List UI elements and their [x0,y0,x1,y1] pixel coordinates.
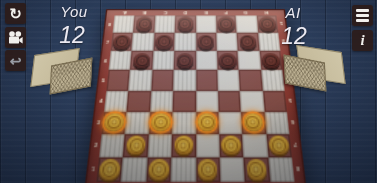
checker-piece-dark[interactable] [239,34,257,49]
square-d7[interactable] [174,33,195,51]
file-labels-bottom: ABCDEFGH [95,182,295,183]
square-h4[interactable] [262,90,287,111]
coord-label: D [170,182,195,183]
square-d4[interactable] [173,90,196,111]
square-b8[interactable] [133,15,155,32]
square-a6[interactable] [109,51,132,70]
square-b6[interactable] [130,51,153,70]
checker-piece-yellow[interactable] [198,113,217,131]
checker-piece-yellow[interactable] [243,113,263,131]
info-icon: i [360,32,364,49]
square-b4[interactable] [127,90,151,111]
square-a5[interactable] [106,70,130,90]
square-f2[interactable] [219,134,244,157]
square-g2[interactable] [242,134,267,157]
checker-piece-yellow[interactable] [151,113,171,131]
board-grid [96,15,294,182]
square-c4[interactable] [150,90,173,111]
square-b3[interactable] [125,112,150,134]
checker-piece-dark[interactable] [135,17,153,31]
player-ai-label: AI [275,4,311,21]
square-d8[interactable] [175,15,196,32]
square-g7[interactable] [237,33,259,51]
player-you-piece-count: 12 [51,22,93,49]
camera-button[interactable] [5,27,26,48]
player-you-label: You [54,3,94,20]
square-f6[interactable] [217,51,239,70]
square-g3[interactable] [241,112,266,134]
restart-icon: ↻ [9,6,22,21]
square-f7[interactable] [216,33,238,51]
checker-piece-yellow[interactable] [104,113,125,131]
coord-label: B [120,182,146,183]
undo-icon: ↩ [10,54,22,68]
square-c1[interactable] [146,157,171,182]
checker-piece-dark[interactable] [132,53,151,69]
square-d1[interactable] [171,157,196,182]
square-f3[interactable] [218,112,242,134]
checker-piece-dark[interactable] [219,53,237,69]
square-h3[interactable] [264,112,289,134]
square-e4[interactable] [196,90,219,111]
square-e8[interactable] [196,15,217,32]
square-f1[interactable] [220,157,245,182]
checker-piece-yellow[interactable] [99,159,121,179]
capture-tray-you [30,49,96,93]
square-a1[interactable] [96,157,123,182]
checker-piece-yellow[interactable] [174,136,194,155]
checker-piece-dark[interactable] [155,34,173,49]
coord-label: C [145,182,170,183]
square-d3[interactable] [172,112,195,134]
square-f4[interactable] [218,90,241,111]
square-c2[interactable] [147,134,172,157]
square-b5[interactable] [129,70,152,90]
square-h2[interactable] [266,134,292,157]
checker-piece-yellow[interactable] [126,136,147,155]
checker-piece-yellow[interactable] [148,159,169,179]
restart-button[interactable]: ↻ [5,3,26,24]
square-h5[interactable] [261,70,285,90]
square-e2[interactable] [196,134,220,157]
video-camera-icon [8,31,23,44]
square-a3[interactable] [102,112,127,134]
hamburger-menu-icon [356,9,369,22]
square-d5[interactable] [173,70,195,90]
checker-piece-dark[interactable] [113,34,132,49]
square-c3[interactable] [149,112,173,134]
square-h1[interactable] [268,157,295,182]
checker-piece-dark[interactable] [218,17,235,31]
square-g5[interactable] [239,70,262,90]
square-b7[interactable] [132,33,154,51]
coord-label: A [95,182,121,183]
checker-piece-yellow[interactable] [268,136,289,155]
square-e6[interactable] [196,51,218,70]
player-ai-piece-count: 12 [273,23,315,50]
square-c7[interactable] [153,33,175,51]
square-f5[interactable] [217,70,240,90]
square-e5[interactable] [196,70,218,90]
game-screen: ↻ ↩ i You 12 AI 12 ABCDEFGH ABCDEFGH 876… [0,0,377,183]
checker-piece-yellow[interactable] [221,136,241,155]
checker-piece-dark[interactable] [177,17,194,31]
square-d2[interactable] [171,134,195,157]
undo-button[interactable]: ↩ [5,50,26,71]
info-button[interactable]: i [352,30,373,51]
square-d6[interactable] [174,51,196,70]
square-a2[interactable] [99,134,125,157]
square-c8[interactable] [154,15,175,32]
checker-piece-dark[interactable] [261,53,280,69]
square-g1[interactable] [244,157,270,182]
coord-label: E [196,182,221,183]
square-a4[interactable] [104,90,129,111]
square-b2[interactable] [123,134,148,157]
square-c5[interactable] [151,70,174,90]
square-a7[interactable] [111,33,134,51]
square-c6[interactable] [152,51,174,70]
checker-piece-dark[interactable] [176,53,194,69]
square-g6[interactable] [238,51,261,70]
square-a8[interactable] [113,15,135,32]
square-e3[interactable] [196,112,219,134]
square-e7[interactable] [196,33,217,51]
checker-piece-dark[interactable] [197,34,214,49]
square-e1[interactable] [196,157,221,182]
square-g4[interactable] [240,90,264,111]
square-f8[interactable] [216,15,237,32]
checker-piece-yellow[interactable] [198,159,218,179]
checker-piece-yellow[interactable] [246,159,267,179]
square-b1[interactable] [121,157,147,182]
coord-label: F [220,182,245,183]
square-g8[interactable] [236,15,258,32]
square-h6[interactable] [259,51,282,70]
coord-label: H [270,182,296,183]
coord-label: G [245,182,271,183]
menu-button[interactable] [352,5,373,26]
